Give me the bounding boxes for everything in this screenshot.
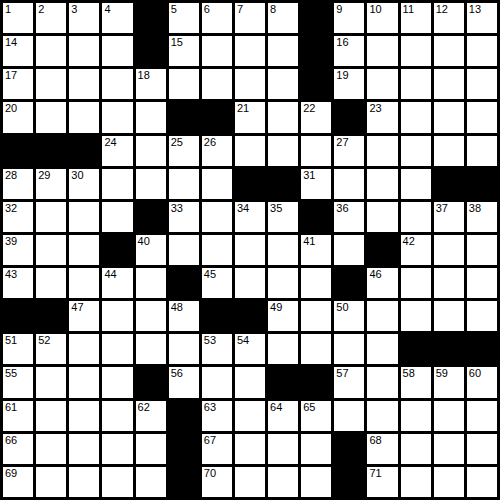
white-cell-r11c5[interactable] [136,334,166,364]
white-cell-r8c14[interactable] [434,235,464,265]
white-cell-r4c9[interactable] [268,102,298,132]
black-cell-r6c15 [467,169,497,199]
clue-number-28: 28 [5,170,17,181]
white-cell-r11c7[interactable]: 53 [202,334,232,364]
white-cell-r10c6[interactable]: 48 [169,301,199,331]
white-cell-r8c10[interactable]: 41 [301,235,331,265]
clue-number-71: 71 [369,468,381,479]
white-cell-r7c11[interactable]: 36 [334,202,364,232]
black-cell-r1c10 [301,3,331,33]
white-cell-r11c4[interactable] [102,334,132,364]
white-cell-r10c15[interactable] [467,301,497,331]
white-cell-r15c7[interactable]: 70 [202,467,232,497]
white-cell-r1c11[interactable]: 9 [334,3,364,33]
white-cell-r7c15[interactable]: 38 [467,202,497,232]
clue-number-59: 59 [436,368,448,379]
black-cell-r7c5 [136,202,166,232]
white-cell-r13c13[interactable] [401,401,431,431]
white-cell-r11c6[interactable] [169,334,199,364]
clue-number-4: 4 [104,4,110,15]
white-cell-r15c2[interactable] [36,467,66,497]
white-cell-r14c9[interactable] [268,434,298,464]
white-cell-r9c1[interactable]: 43 [3,268,33,298]
white-cell-r7c12[interactable] [367,202,397,232]
white-cell-r2c15[interactable] [467,36,497,66]
white-cell-r2c1[interactable]: 14 [3,36,33,66]
clue-number-57: 57 [336,368,348,379]
white-cell-r1c2[interactable]: 2 [36,3,66,33]
clue-number-69: 69 [5,468,17,479]
white-cell-r8c8[interactable] [235,235,265,265]
white-cell-r4c15[interactable] [467,102,497,132]
white-cell-r14c14[interactable] [434,434,464,464]
white-cell-r6c13[interactable] [401,169,431,199]
white-cell-r3c13[interactable] [401,69,431,99]
white-cell-r6c3[interactable]: 30 [69,169,99,199]
white-cell-r3c14[interactable] [434,69,464,99]
black-cell-r4c7 [202,102,232,132]
clue-number-36: 36 [336,203,348,214]
white-cell-r13c4[interactable] [102,401,132,431]
white-cell-r6c1[interactable]: 28 [3,169,33,199]
black-cell-r9c11 [334,268,364,298]
white-cell-r4c4[interactable] [102,102,132,132]
white-cell-r1c12[interactable]: 10 [367,3,397,33]
clue-number-53: 53 [204,335,216,346]
white-cell-r2c14[interactable] [434,36,464,66]
white-cell-r1c14[interactable]: 12 [434,3,464,33]
white-cell-r14c1[interactable]: 66 [3,434,33,464]
white-cell-r9c15[interactable] [467,268,497,298]
white-cell-r8c5[interactable]: 40 [136,235,166,265]
clue-number-5: 5 [171,4,177,15]
black-cell-r15c6 [169,467,199,497]
black-cell-r3c10 [301,69,331,99]
black-cell-r10c1 [3,301,33,331]
black-cell-r6c9 [268,169,298,199]
clue-number-44: 44 [104,269,116,280]
white-cell-r12c7[interactable] [202,367,232,397]
clue-number-54: 54 [237,335,249,346]
white-cell-r1c3[interactable]: 3 [69,3,99,33]
white-cell-r3c3[interactable] [69,69,99,99]
black-cell-r13c6 [169,401,199,431]
white-cell-r2c7[interactable] [202,36,232,66]
white-cell-r15c13[interactable] [401,467,431,497]
white-cell-r5c5[interactable] [136,136,166,166]
clue-number-35: 35 [270,203,282,214]
white-cell-r6c4[interactable] [102,169,132,199]
clue-number-49: 49 [270,302,282,313]
white-cell-r7c6[interactable]: 33 [169,202,199,232]
white-cell-r12c3[interactable] [69,367,99,397]
white-cell-r13c12[interactable] [367,401,397,431]
white-cell-r4c2[interactable] [36,102,66,132]
white-cell-r10c5[interactable] [136,301,166,331]
white-cell-r9c9[interactable] [268,268,298,298]
black-cell-r5c2 [36,136,66,166]
clue-number-60: 60 [469,368,481,379]
white-cell-r12c12[interactable] [367,367,397,397]
white-cell-r10c12[interactable] [367,301,397,331]
white-cell-r15c10[interactable] [301,467,331,497]
white-cell-r2c6[interactable]: 15 [169,36,199,66]
white-cell-r10c13[interactable] [401,301,431,331]
white-cell-r4c12[interactable]: 23 [367,102,397,132]
white-cell-r14c15[interactable] [467,434,497,464]
white-cell-r13c2[interactable] [36,401,66,431]
black-cell-r2c10 [301,36,331,66]
white-cell-r2c8[interactable] [235,36,265,66]
clue-number-51: 51 [5,335,17,346]
clue-number-42: 42 [403,236,415,247]
clue-number-10: 10 [369,4,381,15]
white-cell-r6c7[interactable] [202,169,232,199]
clue-number-30: 30 [71,170,83,181]
clue-number-66: 66 [5,435,17,446]
white-cell-r10c11[interactable]: 50 [334,301,364,331]
clue-number-18: 18 [138,70,150,81]
white-cell-r8c7[interactable] [202,235,232,265]
clue-number-38: 38 [469,203,481,214]
black-cell-r8c4 [102,235,132,265]
clue-number-20: 20 [5,103,17,114]
white-cell-r3c15[interactable] [467,69,497,99]
white-cell-r13c9[interactable]: 64 [268,401,298,431]
clue-number-7: 7 [237,4,243,15]
white-cell-r1c4[interactable]: 4 [102,3,132,33]
clue-number-19: 19 [336,70,348,81]
white-cell-r3c12[interactable] [367,69,397,99]
white-cell-r7c8[interactable]: 34 [235,202,265,232]
white-cell-r8c13[interactable]: 42 [401,235,431,265]
clue-number-1: 1 [5,4,11,15]
white-cell-r12c15[interactable]: 60 [467,367,497,397]
white-cell-r12c2[interactable] [36,367,66,397]
white-cell-r5c6[interactable]: 25 [169,136,199,166]
white-cell-r5c9[interactable] [268,136,298,166]
white-cell-r15c1[interactable]: 69 [3,467,33,497]
black-cell-r5c3 [69,136,99,166]
white-cell-r15c12[interactable]: 71 [367,467,397,497]
white-cell-r11c8[interactable]: 54 [235,334,265,364]
black-cell-r12c10 [301,367,331,397]
white-cell-r7c4[interactable] [102,202,132,232]
black-cell-r10c8 [235,301,265,331]
white-cell-r7c1[interactable]: 32 [3,202,33,232]
black-cell-r10c7 [202,301,232,331]
clue-number-46: 46 [369,269,381,280]
clue-number-48: 48 [171,302,183,313]
clue-number-67: 67 [204,435,216,446]
white-cell-r3c6[interactable] [169,69,199,99]
white-cell-r9c13[interactable] [401,268,431,298]
white-cell-r6c5[interactable] [136,169,166,199]
white-cell-r12c14[interactable]: 59 [434,367,464,397]
white-cell-r13c3[interactable] [69,401,99,431]
white-cell-r1c6[interactable]: 5 [169,3,199,33]
white-cell-r13c14[interactable] [434,401,464,431]
white-cell-r9c7[interactable]: 45 [202,268,232,298]
white-cell-r2c4[interactable] [102,36,132,66]
white-cell-r3c5[interactable]: 18 [136,69,166,99]
clue-number-41: 41 [303,236,315,247]
white-cell-r2c3[interactable] [69,36,99,66]
white-cell-r7c14[interactable]: 37 [434,202,464,232]
white-cell-r3c7[interactable] [202,69,232,99]
clue-number-9: 9 [336,4,342,15]
white-cell-r8c6[interactable] [169,235,199,265]
white-cell-r11c11[interactable] [334,334,364,364]
white-cell-r10c4[interactable] [102,301,132,331]
white-cell-r11c12[interactable] [367,334,397,364]
white-cell-r12c1[interactable]: 55 [3,367,33,397]
clue-number-56: 56 [171,368,183,379]
clue-number-26: 26 [204,137,216,148]
white-cell-r14c10[interactable] [301,434,331,464]
white-cell-r8c1[interactable]: 39 [3,235,33,265]
white-cell-r4c13[interactable] [401,102,431,132]
black-cell-r6c8 [235,169,265,199]
clue-number-29: 29 [38,170,50,181]
white-cell-r4c5[interactable] [136,102,166,132]
clue-number-31: 31 [303,170,315,181]
white-cell-r3c8[interactable] [235,69,265,99]
white-cell-r2c13[interactable] [401,36,431,66]
clue-number-32: 32 [5,203,17,214]
white-cell-r3c9[interactable] [268,69,298,99]
clue-number-13: 13 [469,4,481,15]
white-cell-r1c7[interactable]: 6 [202,3,232,33]
white-cell-r6c2[interactable]: 29 [36,169,66,199]
clue-number-62: 62 [138,402,150,413]
clue-number-2: 2 [38,4,44,15]
white-cell-r14c4[interactable] [102,434,132,464]
white-cell-r14c7[interactable]: 67 [202,434,232,464]
clue-number-37: 37 [436,203,448,214]
clue-number-22: 22 [303,103,315,114]
white-cell-r15c8[interactable] [235,467,265,497]
black-cell-r9c6 [169,268,199,298]
white-cell-r6c10[interactable]: 31 [301,169,331,199]
white-cell-r9c5[interactable] [136,268,166,298]
white-cell-r14c13[interactable] [401,434,431,464]
white-cell-r4c8[interactable]: 21 [235,102,265,132]
white-cell-r8c15[interactable] [467,235,497,265]
white-cell-r1c8[interactable]: 7 [235,3,265,33]
white-cell-r3c4[interactable] [102,69,132,99]
black-cell-r11c14 [434,334,464,364]
clue-number-58: 58 [403,368,415,379]
clue-number-61: 61 [5,402,17,413]
clue-number-17: 17 [5,70,17,81]
white-cell-r5c11[interactable]: 27 [334,136,364,166]
clue-number-25: 25 [171,137,183,148]
black-cell-r2c5 [136,36,166,66]
white-cell-r14c8[interactable] [235,434,265,464]
white-cell-r14c5[interactable] [136,434,166,464]
white-cell-r11c2[interactable]: 52 [36,334,66,364]
clue-number-14: 14 [5,37,17,48]
clue-number-3: 3 [71,4,77,15]
white-cell-r3c11[interactable]: 19 [334,69,364,99]
clue-number-8: 8 [270,4,276,15]
white-cell-r9c4[interactable]: 44 [102,268,132,298]
black-cell-r11c13 [401,334,431,364]
white-cell-r13c15[interactable] [467,401,497,431]
white-cell-r1c1[interactable]: 1 [3,3,33,33]
black-cell-r10c2 [36,301,66,331]
white-cell-r10c10[interactable] [301,301,331,331]
black-cell-r4c6 [169,102,199,132]
black-cell-r7c10 [301,202,331,232]
white-cell-r8c9[interactable] [268,235,298,265]
white-cell-r13c1[interactable]: 61 [3,401,33,431]
white-cell-r5c10[interactable] [301,136,331,166]
clue-number-40: 40 [138,236,150,247]
clue-number-47: 47 [71,302,83,313]
white-cell-r5c4[interactable]: 24 [102,136,132,166]
clue-number-65: 65 [303,402,315,413]
clue-number-63: 63 [204,402,216,413]
clue-number-15: 15 [171,37,183,48]
black-cell-r14c11 [334,434,364,464]
white-cell-r4c1[interactable]: 20 [3,102,33,132]
clue-number-64: 64 [270,402,282,413]
white-cell-r3c1[interactable]: 17 [3,69,33,99]
white-cell-r7c7[interactable] [202,202,232,232]
white-cell-r9c12[interactable]: 46 [367,268,397,298]
white-cell-r4c10[interactable]: 22 [301,102,331,132]
white-cell-r15c9[interactable] [268,467,298,497]
white-cell-r9c3[interactable] [69,268,99,298]
white-cell-r13c8[interactable] [235,401,265,431]
white-cell-r5c8[interactable] [235,136,265,166]
clue-number-16: 16 [336,37,348,48]
white-cell-r7c13[interactable] [401,202,431,232]
clue-number-39: 39 [5,236,17,247]
black-cell-r6c14 [434,169,464,199]
white-cell-r2c11[interactable]: 16 [334,36,364,66]
clue-number-11: 11 [403,4,414,15]
black-cell-r1c5 [136,3,166,33]
white-cell-r12c8[interactable] [235,367,265,397]
white-cell-r10c9[interactable]: 49 [268,301,298,331]
black-cell-r8c12 [367,235,397,265]
white-cell-r2c2[interactable] [36,36,66,66]
white-cell-r10c14[interactable] [434,301,464,331]
clue-number-27: 27 [336,137,348,148]
white-cell-r5c14[interactable] [434,136,464,166]
white-cell-r9c2[interactable] [36,268,66,298]
white-cell-r15c5[interactable] [136,467,166,497]
white-cell-r11c3[interactable] [69,334,99,364]
white-cell-r6c6[interactable] [169,169,199,199]
black-cell-r5c1 [3,136,33,166]
white-cell-r9c10[interactable] [301,268,331,298]
black-cell-r4c11 [334,102,364,132]
white-cell-r4c3[interactable] [69,102,99,132]
white-cell-r1c13[interactable]: 11 [401,3,431,33]
white-cell-r6c11[interactable] [334,169,364,199]
white-cell-r6c12[interactable] [367,169,397,199]
clue-number-21: 21 [237,103,249,114]
clue-number-43: 43 [5,269,17,280]
white-cell-r7c2[interactable] [36,202,66,232]
clue-number-50: 50 [336,302,348,313]
clue-number-68: 68 [369,435,381,446]
white-cell-r14c3[interactable] [69,434,99,464]
clue-number-52: 52 [38,335,50,346]
white-cell-r15c4[interactable] [102,467,132,497]
white-cell-r11c10[interactable] [301,334,331,364]
white-cell-r13c11[interactable] [334,401,364,431]
white-cell-r14c2[interactable] [36,434,66,464]
clue-number-6: 6 [204,4,210,15]
black-cell-r12c5 [136,367,166,397]
white-cell-r7c3[interactable] [69,202,99,232]
black-cell-r12c9 [268,367,298,397]
white-cell-r1c9[interactable]: 8 [268,3,298,33]
white-cell-r14c12[interactable]: 68 [367,434,397,464]
clue-number-70: 70 [204,468,216,479]
white-cell-r15c15[interactable] [467,467,497,497]
black-cell-r11c15 [467,334,497,364]
clue-number-55: 55 [5,368,17,379]
white-cell-r5c7[interactable]: 26 [202,136,232,166]
black-cell-r14c6 [169,434,199,464]
white-cell-r15c14[interactable] [434,467,464,497]
white-cell-r8c11[interactable] [334,235,364,265]
white-cell-r1c15[interactable]: 13 [467,3,497,33]
white-cell-r9c14[interactable] [434,268,464,298]
white-cell-r11c9[interactable] [268,334,298,364]
white-cell-r2c12[interactable] [367,36,397,66]
white-cell-r3c2[interactable] [36,69,66,99]
white-cell-r9c8[interactable] [235,268,265,298]
white-cell-r12c6[interactable]: 56 [169,367,199,397]
white-cell-r5c12[interactable] [367,136,397,166]
white-cell-r13c5[interactable]: 62 [136,401,166,431]
white-cell-r8c3[interactable] [69,235,99,265]
white-cell-r8c2[interactable] [36,235,66,265]
black-cell-r15c11 [334,467,364,497]
clue-number-45: 45 [204,269,216,280]
white-cell-r11c1[interactable]: 51 [3,334,33,364]
white-cell-r5c13[interactable] [401,136,431,166]
white-cell-r2c9[interactable] [268,36,298,66]
white-cell-r15c3[interactable] [69,467,99,497]
clue-number-33: 33 [171,203,183,214]
white-cell-r5c15[interactable] [467,136,497,166]
white-cell-r13c10[interactable]: 65 [301,401,331,431]
white-cell-r12c4[interactable] [102,367,132,397]
clue-number-34: 34 [237,203,249,214]
white-cell-r12c13[interactable]: 58 [401,367,431,397]
white-cell-r7c9[interactable]: 35 [268,202,298,232]
white-cell-r12c11[interactable]: 57 [334,367,364,397]
clue-number-12: 12 [436,4,448,15]
crossword-grid: 1234567891011121314151617181920212223242… [0,0,500,500]
white-cell-r4c14[interactable] [434,102,464,132]
white-cell-r13c7[interactable]: 63 [202,401,232,431]
white-cell-r10c3[interactable]: 47 [69,301,99,331]
clue-number-24: 24 [104,137,116,148]
clue-number-23: 23 [369,103,381,114]
